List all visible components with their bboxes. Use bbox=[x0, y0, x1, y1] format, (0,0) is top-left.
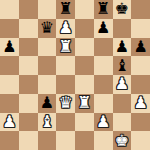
square-d1[interactable] bbox=[56, 131, 75, 150]
square-g7[interactable] bbox=[113, 19, 132, 38]
piece-white-pawn[interactable]: ♟ bbox=[2, 113, 16, 129]
square-h3[interactable]: ♟ bbox=[131, 94, 150, 113]
square-b7[interactable] bbox=[19, 19, 38, 38]
square-c1[interactable] bbox=[38, 131, 57, 150]
square-b4[interactable] bbox=[19, 75, 38, 94]
square-f5[interactable] bbox=[94, 56, 113, 75]
square-b3[interactable] bbox=[19, 94, 38, 113]
square-h2[interactable] bbox=[131, 113, 150, 132]
square-e5[interactable] bbox=[75, 56, 94, 75]
square-d2[interactable] bbox=[56, 113, 75, 132]
piece-white-bishop[interactable]: ♝ bbox=[40, 113, 54, 129]
square-b6[interactable] bbox=[19, 38, 38, 57]
square-h5[interactable] bbox=[131, 56, 150, 75]
square-f4[interactable] bbox=[94, 75, 113, 94]
piece-black-king[interactable]: ♚ bbox=[115, 1, 129, 17]
square-g1[interactable]: ♚ bbox=[113, 131, 132, 150]
square-h4[interactable] bbox=[131, 75, 150, 94]
piece-white-queen[interactable]: ♛ bbox=[58, 95, 72, 111]
square-f7[interactable]: ♟ bbox=[94, 19, 113, 38]
square-a5[interactable] bbox=[0, 56, 19, 75]
piece-black-bishop[interactable]: ♝ bbox=[115, 57, 129, 73]
piece-white-king[interactable]: ♚ bbox=[115, 132, 129, 148]
square-a8[interactable] bbox=[0, 0, 19, 19]
piece-white-pawn[interactable]: ♟ bbox=[96, 113, 110, 129]
square-g4[interactable]: ♟ bbox=[113, 75, 132, 94]
square-e8[interactable] bbox=[75, 0, 94, 19]
square-h1[interactable] bbox=[131, 131, 150, 150]
square-f8[interactable]: ♜ bbox=[94, 0, 113, 19]
square-d4[interactable] bbox=[56, 75, 75, 94]
square-b8[interactable] bbox=[19, 0, 38, 19]
square-e4[interactable] bbox=[75, 75, 94, 94]
square-h6[interactable]: ♟ bbox=[131, 38, 150, 57]
piece-black-queen[interactable]: ♛ bbox=[40, 20, 54, 36]
square-g5[interactable]: ♝ bbox=[113, 56, 132, 75]
square-g2[interactable] bbox=[113, 113, 132, 132]
chess-board-container: ♜♜♚♛♟♟♟♜♟♟♝♟♟♛♜♟♟♝♟♚ bbox=[0, 0, 150, 150]
square-c2[interactable]: ♝ bbox=[38, 113, 57, 132]
square-b2[interactable] bbox=[19, 113, 38, 132]
square-a3[interactable] bbox=[0, 94, 19, 113]
square-a7[interactable] bbox=[0, 19, 19, 38]
square-d7[interactable]: ♟ bbox=[56, 19, 75, 38]
square-a6[interactable]: ♟ bbox=[0, 38, 19, 57]
square-g8[interactable]: ♚ bbox=[113, 0, 132, 19]
square-e2[interactable] bbox=[75, 113, 94, 132]
square-a1[interactable] bbox=[0, 131, 19, 150]
square-h7[interactable] bbox=[131, 19, 150, 38]
square-d6[interactable]: ♜ bbox=[56, 38, 75, 57]
square-a4[interactable] bbox=[0, 75, 19, 94]
square-c4[interactable] bbox=[38, 75, 57, 94]
piece-black-pawn[interactable]: ♟ bbox=[133, 38, 147, 54]
piece-black-pawn[interactable]: ♟ bbox=[40, 95, 54, 111]
chess-board: ♜♜♚♛♟♟♟♜♟♟♝♟♟♛♜♟♟♝♟♚ bbox=[0, 0, 150, 150]
square-g3[interactable] bbox=[113, 94, 132, 113]
piece-white-pawn[interactable]: ♟ bbox=[115, 76, 129, 92]
square-e7[interactable] bbox=[75, 19, 94, 38]
square-c8[interactable] bbox=[38, 0, 57, 19]
square-e1[interactable] bbox=[75, 131, 94, 150]
square-d5[interactable] bbox=[56, 56, 75, 75]
square-e3[interactable]: ♜ bbox=[75, 94, 94, 113]
square-d3[interactable]: ♛ bbox=[56, 94, 75, 113]
piece-white-pawn[interactable]: ♟ bbox=[133, 95, 147, 111]
piece-white-rook[interactable]: ♜ bbox=[58, 38, 72, 54]
piece-black-pawn[interactable]: ♟ bbox=[96, 20, 110, 36]
square-a2[interactable]: ♟ bbox=[0, 113, 19, 132]
square-d8[interactable]: ♜ bbox=[56, 0, 75, 19]
piece-black-rook[interactable]: ♜ bbox=[58, 1, 72, 17]
square-f6[interactable] bbox=[94, 38, 113, 57]
square-b1[interactable] bbox=[19, 131, 38, 150]
piece-white-pawn[interactable]: ♟ bbox=[58, 20, 72, 36]
square-f3[interactable] bbox=[94, 94, 113, 113]
piece-black-pawn[interactable]: ♟ bbox=[115, 38, 129, 54]
square-b5[interactable] bbox=[19, 56, 38, 75]
square-h8[interactable] bbox=[131, 0, 150, 19]
piece-black-pawn[interactable]: ♟ bbox=[2, 38, 16, 54]
square-g6[interactable]: ♟ bbox=[113, 38, 132, 57]
piece-white-rook[interactable]: ♜ bbox=[77, 95, 91, 111]
square-c5[interactable] bbox=[38, 56, 57, 75]
square-f1[interactable] bbox=[94, 131, 113, 150]
square-f2[interactable]: ♟ bbox=[94, 113, 113, 132]
piece-black-rook[interactable]: ♜ bbox=[96, 1, 110, 17]
square-c7[interactable]: ♛ bbox=[38, 19, 57, 38]
square-c3[interactable]: ♟ bbox=[38, 94, 57, 113]
square-e6[interactable] bbox=[75, 38, 94, 57]
square-c6[interactable] bbox=[38, 38, 57, 57]
